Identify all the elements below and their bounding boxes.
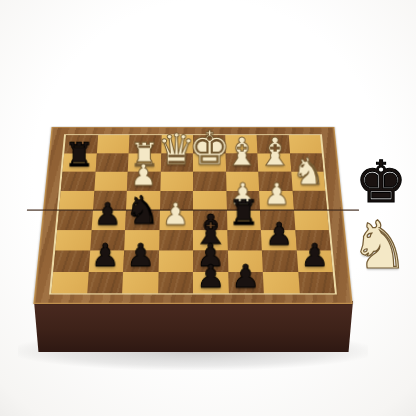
square-b7[interactable] xyxy=(95,153,128,171)
square-a6[interactable] xyxy=(61,172,95,191)
chess-board: ♜♜♛♚♝♝♟♞♟♟♟♞♟♜♝♟♟♟♟♟♟♟ xyxy=(33,127,352,304)
square-e1[interactable]: ♟ xyxy=(193,272,228,294)
square-c1[interactable] xyxy=(122,272,158,294)
square-b6[interactable] xyxy=(94,172,128,191)
square-h6[interactable]: ♞ xyxy=(291,172,325,191)
white-knight-h6[interactable]: ♞ xyxy=(292,153,326,190)
square-g3[interactable]: ♟ xyxy=(261,230,296,251)
white-bishop-f7[interactable]: ♝ xyxy=(224,132,259,171)
square-b1[interactable] xyxy=(87,272,123,294)
black-pawn-c2[interactable]: ♟ xyxy=(127,240,155,271)
square-g5[interactable]: ♟ xyxy=(259,191,293,210)
black-pawn-b2[interactable]: ♟ xyxy=(92,240,120,271)
black-rook-a7[interactable]: ♜ xyxy=(64,138,94,171)
board-box-side xyxy=(34,301,353,352)
square-b8[interactable] xyxy=(96,135,129,153)
square-f1[interactable]: ♟ xyxy=(228,272,264,294)
offboard-black-king[interactable]: ♚ xyxy=(355,153,407,211)
square-h5[interactable] xyxy=(292,191,327,210)
square-d4[interactable]: ♟ xyxy=(159,210,193,230)
square-d3[interactable] xyxy=(159,230,193,251)
square-h2[interactable]: ♟ xyxy=(296,250,332,271)
square-g7[interactable]: ♝ xyxy=(257,153,290,171)
square-f7[interactable]: ♝ xyxy=(225,153,258,171)
square-d6[interactable] xyxy=(160,172,193,191)
product-photo-scene: ♜♜♛♚♝♝♟♞♟♟♟♞♟♜♝♟♟♟♟♟♟♟ ♚ ♞ xyxy=(0,0,416,416)
square-a1[interactable] xyxy=(51,272,88,294)
square-a4[interactable] xyxy=(57,210,92,230)
square-e6[interactable] xyxy=(193,172,226,191)
offboard-white-knight[interactable]: ♞ xyxy=(350,213,409,279)
square-f4[interactable]: ♜ xyxy=(227,210,261,230)
white-bishop-g7[interactable]: ♝ xyxy=(257,132,292,171)
board-squares-grid: ♜♜♛♚♝♝♟♞♟♟♟♞♟♜♝♟♟♟♟♟♟♟ xyxy=(49,134,337,294)
square-c4[interactable]: ♞ xyxy=(125,210,159,230)
square-b4[interactable]: ♟ xyxy=(91,210,126,230)
square-h4[interactable] xyxy=(294,210,329,230)
square-e7[interactable]: ♚ xyxy=(193,153,226,171)
white-pawn-g5[interactable]: ♟ xyxy=(263,179,290,209)
black-knight-c4[interactable]: ♞ xyxy=(125,191,160,230)
black-pawn-h2[interactable]: ♟ xyxy=(301,240,329,271)
black-pawn-f1[interactable]: ♟ xyxy=(232,261,260,293)
square-a7[interactable]: ♜ xyxy=(63,153,97,171)
black-pawn-b4[interactable]: ♟ xyxy=(95,199,122,229)
black-pawn-g3[interactable]: ♟ xyxy=(265,219,293,250)
square-d1[interactable] xyxy=(158,272,193,294)
black-rook-f4[interactable]: ♜ xyxy=(228,195,259,229)
white-pawn-c6[interactable]: ♟ xyxy=(130,160,157,190)
board-frame: ♜♜♛♚♝♝♟♞♟♟♟♞♟♜♝♟♟♟♟♟♟♟ xyxy=(33,127,352,304)
square-b2[interactable]: ♟ xyxy=(88,250,124,271)
square-a5[interactable] xyxy=(59,191,94,210)
square-g2[interactable] xyxy=(262,250,298,271)
square-a2[interactable] xyxy=(53,250,89,271)
square-d2[interactable] xyxy=(158,250,193,271)
black-pawn-e1[interactable]: ♟ xyxy=(196,261,224,293)
square-h1[interactable] xyxy=(298,272,335,294)
square-c2[interactable]: ♟ xyxy=(123,250,158,271)
white-pawn-d4[interactable]: ♟ xyxy=(162,199,189,229)
square-g1[interactable] xyxy=(263,272,299,294)
square-a3[interactable] xyxy=(55,230,91,251)
square-f3[interactable] xyxy=(227,230,262,251)
